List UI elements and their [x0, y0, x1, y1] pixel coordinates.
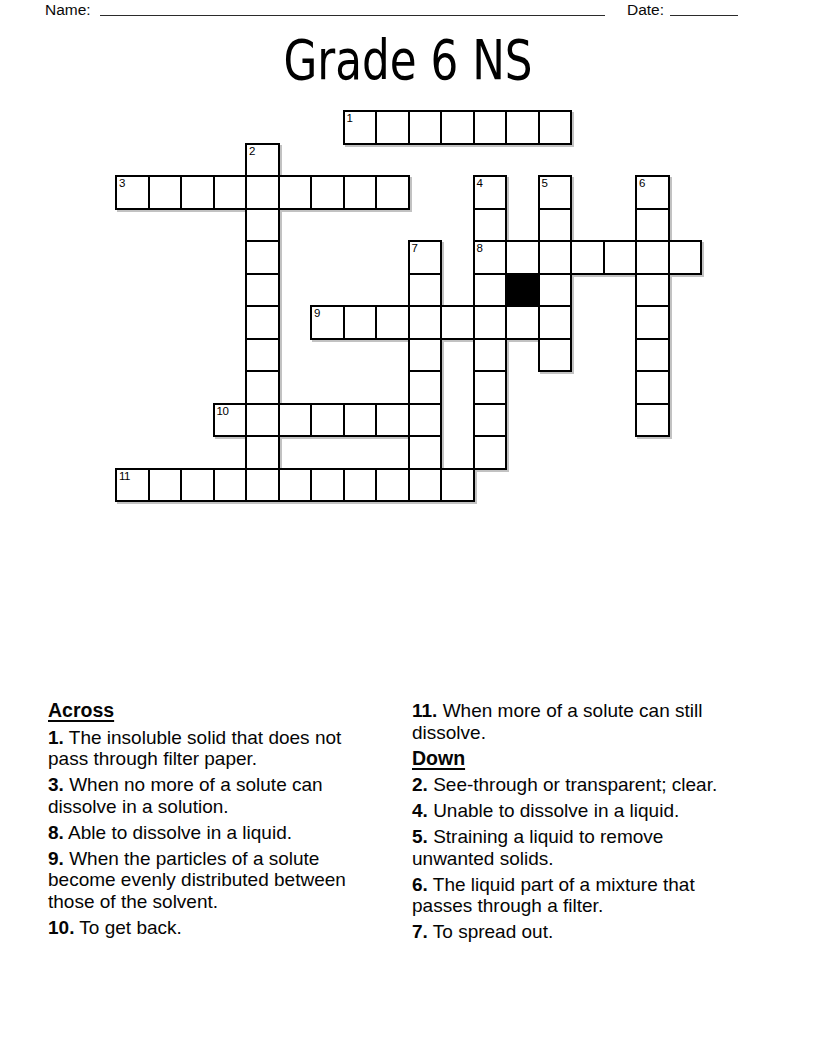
cell-number: 9: [314, 307, 320, 319]
answer-cell[interactable]: [375, 305, 410, 340]
clue-number-label: 8.: [48, 822, 64, 843]
answer-cell[interactable]: 3: [115, 175, 150, 210]
answer-cell[interactable]: [635, 240, 670, 275]
answer-cell[interactable]: [440, 468, 475, 503]
answer-cell[interactable]: [408, 435, 443, 470]
across-header: Across: [48, 700, 380, 722]
clue-item: 3. When no more of a solute can dissolve…: [48, 774, 380, 817]
clue-item: 7. To spread out.: [412, 921, 736, 943]
answer-cell[interactable]: 10: [213, 403, 248, 438]
clue-number-label: 5.: [412, 826, 428, 847]
clue-number-label: 11.: [412, 700, 437, 721]
clue-item: 8. Able to dissolve in a liquid.: [48, 822, 380, 844]
answer-cell[interactable]: [375, 403, 410, 438]
clue-number-label: 3.: [48, 774, 64, 795]
answer-cell[interactable]: [635, 273, 670, 308]
answer-cell[interactable]: [505, 240, 540, 275]
answer-cell[interactable]: [148, 175, 183, 210]
down-header: Down: [412, 748, 736, 770]
answer-cell[interactable]: [603, 240, 638, 275]
answer-cell[interactable]: [180, 468, 215, 503]
date-input-line[interactable]: [670, 1, 738, 16]
answer-cell[interactable]: [538, 208, 573, 243]
clues-left-column: Across 1. The insoluble solid that does …: [48, 700, 380, 943]
cell-number: 1: [347, 112, 353, 124]
clue-item: 2. See-through or transparent; clear.: [412, 774, 736, 796]
answer-cell[interactable]: [213, 468, 248, 503]
answer-cell[interactable]: [538, 240, 573, 275]
clue-item: 9. When the particles of a solute become…: [48, 848, 380, 913]
answer-cell[interactable]: [245, 435, 280, 470]
answer-cell[interactable]: [245, 240, 280, 275]
clue-number-label: 4.: [412, 800, 428, 821]
answer-cell[interactable]: [473, 370, 508, 405]
answer-cell[interactable]: [343, 403, 378, 438]
answer-cell[interactable]: 4: [473, 175, 508, 210]
answer-cell[interactable]: [278, 468, 313, 503]
across-clues-list: 1. The insoluble solid that does not pas…: [48, 727, 380, 939]
answer-cell[interactable]: 5: [538, 175, 573, 210]
clue-item: 6. The liquid part of a mixture that pas…: [412, 874, 736, 917]
cell-number: 10: [217, 405, 229, 417]
answer-cell[interactable]: [245, 403, 280, 438]
answer-cell[interactable]: [473, 403, 508, 438]
answer-cell[interactable]: [408, 468, 443, 503]
answer-cell[interactable]: [505, 305, 540, 340]
clue-number-label: 7.: [412, 921, 428, 942]
clue-number-label: 10.: [48, 917, 74, 938]
answer-cell[interactable]: [440, 305, 475, 340]
clue-item: 4. Unable to dissolve in a liquid.: [412, 800, 736, 822]
answer-cell[interactable]: [408, 273, 443, 308]
answer-cell[interactable]: [375, 110, 410, 145]
answer-cell[interactable]: [375, 175, 410, 210]
answer-cell[interactable]: [408, 110, 443, 145]
worksheet-page: Name: Date: Grade 6 NS 1234567891011 Acr…: [0, 0, 816, 1056]
answer-cell[interactable]: [473, 273, 508, 308]
answer-cell[interactable]: [245, 370, 280, 405]
answer-cell[interactable]: [278, 403, 313, 438]
answer-cell[interactable]: [343, 468, 378, 503]
clue-number-label: 9.: [48, 848, 64, 869]
answer-cell[interactable]: 7: [408, 240, 443, 275]
cell-number: 8: [477, 242, 483, 254]
across-overflow-list: 11. When more of a solute can still diss…: [412, 700, 736, 743]
answer-cell[interactable]: [408, 370, 443, 405]
answer-cell[interactable]: [538, 110, 573, 145]
answer-cell[interactable]: [343, 175, 378, 210]
answer-cell[interactable]: [245, 175, 280, 210]
down-clues-list: 2. See-through or transparent; clear.4. …: [412, 774, 736, 943]
answer-cell[interactable]: [408, 305, 443, 340]
answer-cell[interactable]: [635, 338, 670, 373]
answer-cell[interactable]: [245, 468, 280, 503]
page-title: Grade 6 NS: [90, 31, 726, 89]
answer-cell[interactable]: 1: [343, 110, 378, 145]
answer-cell[interactable]: [538, 273, 573, 308]
clue-number-label: 6.: [412, 874, 428, 895]
answer-cell[interactable]: [343, 305, 378, 340]
cell-number: 6: [639, 177, 645, 189]
answer-cell[interactable]: [668, 240, 703, 275]
clue-item: 5. Straining a liquid to remove unwanted…: [412, 826, 736, 869]
answer-cell[interactable]: [473, 208, 508, 243]
answer-cell[interactable]: 6: [635, 175, 670, 210]
answer-cell[interactable]: [505, 110, 540, 145]
cell-number: 2: [249, 145, 255, 157]
cell-number: 5: [542, 177, 548, 189]
answer-cell[interactable]: [245, 305, 280, 340]
answer-cell[interactable]: [635, 305, 670, 340]
answer-cell[interactable]: [635, 403, 670, 438]
answer-cell[interactable]: 8: [473, 240, 508, 275]
answer-cell[interactable]: [408, 403, 443, 438]
answer-cell[interactable]: 11: [115, 468, 150, 503]
clue-item: 10. To get back.: [48, 917, 380, 939]
black-cell: [505, 273, 540, 308]
answer-cell[interactable]: [473, 110, 508, 145]
name-label: Name:: [45, 1, 91, 19]
answer-cell[interactable]: [538, 338, 573, 373]
clue-item: 11. When more of a solute can still diss…: [412, 700, 736, 743]
clues-right-column: 11. When more of a solute can still diss…: [412, 700, 736, 947]
answer-cell[interactable]: [473, 305, 508, 340]
answer-cell[interactable]: [310, 468, 345, 503]
answer-cell[interactable]: [570, 240, 605, 275]
answer-cell[interactable]: [245, 338, 280, 373]
cell-number: 3: [119, 177, 125, 189]
answer-cell[interactable]: [213, 175, 248, 210]
answer-cell[interactable]: [310, 403, 345, 438]
clue-number-label: 2.: [412, 774, 428, 795]
answer-cell[interactable]: [375, 468, 410, 503]
answer-cell[interactable]: [278, 175, 313, 210]
answer-cell[interactable]: [538, 305, 573, 340]
answer-cell[interactable]: [180, 175, 215, 210]
cell-number: 11: [119, 470, 130, 482]
name-input-line[interactable]: [100, 1, 605, 16]
date-label: Date:: [627, 1, 664, 19]
answer-cell[interactable]: [473, 435, 508, 470]
crossword-grid: 1234567891011: [115, 110, 702, 502]
clue-item: 1. The insoluble solid that does not pas…: [48, 727, 380, 770]
cell-number: 4: [477, 177, 483, 189]
clue-number-label: 1.: [48, 727, 64, 748]
answer-cell[interactable]: [408, 338, 443, 373]
answer-cell[interactable]: 2: [245, 143, 280, 178]
answer-cell[interactable]: [440, 110, 475, 145]
answer-cell[interactable]: [635, 370, 670, 405]
answer-cell[interactable]: [310, 175, 345, 210]
answer-cell[interactable]: [245, 273, 280, 308]
answer-cell[interactable]: [245, 208, 280, 243]
answer-cell[interactable]: [635, 208, 670, 243]
answer-cell[interactable]: 9: [310, 305, 345, 340]
answer-cell[interactable]: [473, 338, 508, 373]
answer-cell[interactable]: [148, 468, 183, 503]
cell-number: 7: [412, 242, 418, 254]
